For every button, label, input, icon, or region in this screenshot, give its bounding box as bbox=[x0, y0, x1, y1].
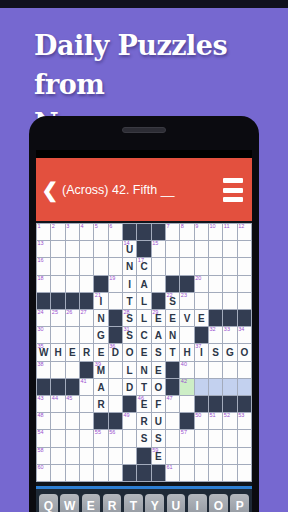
grid-cell[interactable] bbox=[238, 448, 251, 464]
grid-cell[interactable]: E bbox=[152, 362, 165, 378]
hamburger-bar bbox=[223, 197, 243, 202]
grid-cell[interactable]: 53 bbox=[238, 413, 251, 429]
cell-letter: R bbox=[80, 345, 93, 360]
grid-cell[interactable] bbox=[66, 276, 79, 292]
grid-cell[interactable] bbox=[209, 448, 222, 464]
grid-cell[interactable] bbox=[166, 241, 179, 257]
grid-cell[interactable] bbox=[109, 465, 122, 481]
block-cell bbox=[137, 224, 150, 240]
grid-cell[interactable] bbox=[180, 396, 193, 412]
cell-letter: I bbox=[94, 294, 107, 309]
block-cell bbox=[80, 293, 93, 309]
grid-cell[interactable] bbox=[223, 276, 236, 292]
clue-number: 12 bbox=[238, 223, 244, 230]
cell-letter: T bbox=[166, 345, 179, 360]
block-cell bbox=[109, 310, 122, 326]
grid-cell[interactable]: V bbox=[180, 310, 193, 326]
grid-cell[interactable] bbox=[51, 430, 64, 446]
cell-letter: O bbox=[123, 345, 136, 360]
grid-cell[interactable] bbox=[109, 293, 122, 309]
grid-cell[interactable]: 6 bbox=[109, 224, 122, 240]
grid-cell[interactable]: 32 bbox=[209, 327, 222, 343]
grid-cell[interactable] bbox=[238, 465, 251, 481]
grid-cell[interactable]: G bbox=[223, 344, 236, 360]
grid-cell[interactable] bbox=[223, 293, 236, 309]
grid-cell[interactable] bbox=[180, 465, 193, 481]
block-cell bbox=[180, 413, 193, 429]
grid-cell[interactable] bbox=[195, 448, 208, 464]
grid-cell[interactable] bbox=[238, 241, 251, 257]
grid-cell[interactable]: 12 bbox=[238, 224, 251, 240]
grid-cell[interactable]: F bbox=[152, 396, 165, 412]
grid-cell[interactable]: E bbox=[66, 344, 79, 360]
grid-cell[interactable]: 22S bbox=[166, 293, 179, 309]
grid-cell[interactable]: L bbox=[137, 293, 150, 309]
cell-letter: A bbox=[152, 328, 165, 343]
grid-cell[interactable]: 29E bbox=[152, 310, 165, 326]
grid-cell[interactable]: 3 bbox=[66, 224, 79, 240]
grid-cell[interactable] bbox=[195, 430, 208, 446]
grid-cell[interactable]: 35W bbox=[37, 344, 50, 360]
block-cell bbox=[66, 293, 79, 309]
grid-cell[interactable]: 8 bbox=[180, 224, 193, 240]
block-cell bbox=[37, 293, 50, 309]
grid-cell[interactable]: 28S bbox=[123, 310, 136, 326]
clue-number: 7 bbox=[166, 223, 169, 230]
grid-cell[interactable]: 11 bbox=[223, 224, 236, 240]
grid-cell[interactable]: C bbox=[137, 327, 150, 343]
clue-number: 45 bbox=[66, 395, 72, 402]
grid-cell[interactable] bbox=[180, 448, 193, 464]
grid-cell[interactable]: E bbox=[195, 310, 208, 326]
grid-cell[interactable] bbox=[66, 413, 79, 429]
grid-cell[interactable]: N bbox=[137, 362, 150, 378]
cell-letter: L bbox=[137, 294, 150, 309]
clue-number: 10 bbox=[209, 223, 215, 230]
grid-cell[interactable] bbox=[66, 258, 79, 274]
grid-cell[interactable] bbox=[109, 396, 122, 412]
cell-letter: E bbox=[152, 363, 165, 378]
grid-cell[interactable] bbox=[195, 241, 208, 257]
grid-cell[interactable] bbox=[223, 362, 236, 378]
grid-cell[interactable]: R bbox=[94, 396, 107, 412]
grid-cell[interactable]: 43 bbox=[37, 396, 50, 412]
grid-cell[interactable] bbox=[223, 258, 236, 274]
grid-cell[interactable]: 7 bbox=[166, 224, 179, 240]
grid-cell[interactable]: 19 bbox=[109, 276, 122, 292]
cell-letter: U bbox=[123, 242, 136, 257]
grid-cell[interactable] bbox=[123, 448, 136, 464]
block-cell bbox=[137, 465, 150, 481]
grid-cell[interactable]: 2 bbox=[51, 224, 64, 240]
grid-cell[interactable]: S bbox=[209, 344, 222, 360]
grid-cell[interactable]: 5 bbox=[94, 224, 107, 240]
block-cell bbox=[94, 276, 107, 292]
grid-cell[interactable]: L bbox=[123, 362, 136, 378]
grid-cell[interactable] bbox=[209, 362, 222, 378]
key-w[interactable]: W bbox=[60, 494, 79, 512]
clue-number: 44 bbox=[52, 395, 58, 402]
grid-cell[interactable]: 10 bbox=[209, 224, 222, 240]
app-title-line1: Daily Puzzles bbox=[34, 26, 264, 65]
cell-letter: S bbox=[209, 345, 222, 360]
block-cell bbox=[195, 396, 208, 412]
grid-cell[interactable]: A bbox=[152, 327, 165, 343]
key-i[interactable]: I bbox=[188, 494, 207, 512]
hamburger-bar bbox=[223, 188, 243, 193]
grid-cell[interactable]: E bbox=[166, 310, 179, 326]
block-cell bbox=[152, 293, 165, 309]
grid-cell[interactable] bbox=[94, 258, 107, 274]
clue-number: 24 bbox=[38, 309, 44, 316]
key-t[interactable]: T bbox=[124, 494, 143, 512]
grid-cell[interactable]: A bbox=[94, 379, 107, 395]
block-cell bbox=[109, 327, 122, 343]
block-cell bbox=[209, 396, 222, 412]
cell-letter: N bbox=[123, 259, 136, 274]
grid-cell[interactable]: 45 bbox=[66, 396, 79, 412]
grid-cell[interactable] bbox=[195, 362, 208, 378]
cell-letter: M bbox=[94, 363, 107, 378]
clue-number: 55 bbox=[95, 429, 101, 436]
grid-cell[interactable] bbox=[123, 430, 136, 446]
grid-cell[interactable] bbox=[209, 430, 222, 446]
cell-letter: S bbox=[137, 431, 150, 446]
grid-cell[interactable]: T bbox=[166, 344, 179, 360]
grid-cell[interactable]: 33 bbox=[223, 327, 236, 343]
grid-cell[interactable]: 49 bbox=[123, 413, 136, 429]
grid-cell[interactable] bbox=[51, 327, 64, 343]
grid-cell[interactable] bbox=[80, 396, 93, 412]
grid-cell[interactable] bbox=[51, 258, 64, 274]
grid-cell[interactable] bbox=[195, 258, 208, 274]
grid-cell[interactable] bbox=[209, 465, 222, 481]
grid-cell[interactable]: 57 bbox=[180, 430, 193, 446]
cell-letter: H bbox=[180, 345, 193, 360]
grid-cell[interactable]: 23 bbox=[180, 293, 193, 309]
grid-cell[interactable] bbox=[94, 465, 107, 481]
grid-cell[interactable]: 47 bbox=[166, 396, 179, 412]
grid-cell[interactable]: 46E bbox=[137, 396, 150, 412]
grid-cell[interactable]: 27 bbox=[80, 310, 93, 326]
block-cell bbox=[51, 379, 64, 395]
grid-cell[interactable]: U bbox=[152, 413, 165, 429]
cell-letter: G bbox=[94, 328, 107, 343]
grid-cell[interactable] bbox=[80, 276, 93, 292]
cell-letter: D bbox=[123, 380, 136, 395]
grid-cell[interactable] bbox=[223, 448, 236, 464]
grid-cell[interactable] bbox=[238, 276, 251, 292]
grid-cell[interactable] bbox=[80, 241, 93, 257]
grid-cell[interactable] bbox=[180, 327, 193, 343]
grid-cell[interactable] bbox=[94, 448, 107, 464]
grid-cell[interactable] bbox=[166, 448, 179, 464]
cell-letter: N bbox=[166, 328, 179, 343]
clue-bar: ❮ (Across) 42. Fifth __ bbox=[36, 158, 252, 221]
grid-cell[interactable]: T bbox=[137, 379, 150, 395]
grid-cell[interactable]: 17C bbox=[137, 258, 150, 274]
block-cell bbox=[152, 465, 165, 481]
grid-cell[interactable] bbox=[80, 327, 93, 343]
grid-cell[interactable]: L bbox=[137, 310, 150, 326]
clue-number: 43 bbox=[38, 395, 44, 402]
grid-cell[interactable] bbox=[209, 276, 222, 292]
grid-cell[interactable]: E bbox=[94, 344, 107, 360]
grid-cell[interactable]: 54 bbox=[37, 430, 50, 446]
grid-cell[interactable]: N bbox=[94, 310, 107, 326]
grid-cell[interactable]: 34 bbox=[238, 327, 251, 343]
grid-cell[interactable]: 1 bbox=[37, 224, 50, 240]
clue-number: 30 bbox=[38, 326, 44, 333]
cell-letter: R bbox=[137, 414, 150, 429]
grid-cell[interactable]: 48 bbox=[37, 413, 50, 429]
grid-cell[interactable]: O bbox=[123, 344, 136, 360]
grid-cell[interactable]: T bbox=[123, 293, 136, 309]
grid-cell[interactable]: N bbox=[166, 327, 179, 343]
clue-number: 56 bbox=[109, 429, 115, 436]
grid-cell[interactable]: R bbox=[137, 413, 150, 429]
grid-cell[interactable] bbox=[80, 430, 93, 446]
grid-cell[interactable] bbox=[152, 276, 165, 292]
grid-cell[interactable]: 37I bbox=[195, 344, 208, 360]
grid-cell[interactable]: 21I bbox=[94, 293, 107, 309]
clue-number: 48 bbox=[38, 412, 44, 419]
grid-cell[interactable] bbox=[238, 293, 251, 309]
clue-number: 58 bbox=[38, 447, 44, 454]
grid-cell[interactable]: 61 bbox=[166, 465, 179, 481]
cell-letter: S bbox=[152, 345, 165, 360]
grid-cell[interactable] bbox=[66, 362, 79, 378]
grid-cell[interactable]: S bbox=[152, 430, 165, 446]
grid-cell[interactable]: 30 bbox=[37, 327, 50, 343]
grid-cell[interactable]: 26 bbox=[66, 310, 79, 326]
grid-cell[interactable] bbox=[195, 465, 208, 481]
back-chevron-icon[interactable]: ❮ bbox=[41, 177, 59, 203]
grid-cell[interactable] bbox=[80, 448, 93, 464]
grid-cell[interactable]: R bbox=[80, 344, 93, 360]
grid-cell[interactable] bbox=[238, 362, 251, 378]
grid-cell[interactable]: 20 bbox=[195, 276, 208, 292]
grid-cell[interactable]: S bbox=[137, 430, 150, 446]
grid-cell[interactable] bbox=[66, 448, 79, 464]
grid-cell[interactable] bbox=[223, 430, 236, 446]
grid-cell[interactable]: 38 bbox=[37, 362, 50, 378]
cell-letter: N bbox=[137, 363, 150, 378]
grid-cell[interactable]: H bbox=[51, 344, 64, 360]
grid-cell[interactable]: 58 bbox=[37, 448, 50, 464]
grid-cell[interactable] bbox=[51, 413, 64, 429]
block-cell bbox=[166, 362, 179, 378]
cell-letter: L bbox=[123, 363, 136, 378]
key-q[interactable]: Q bbox=[39, 494, 58, 512]
grid-cell[interactable] bbox=[51, 465, 64, 481]
cell-letter: S bbox=[123, 311, 136, 326]
grid-cell[interactable] bbox=[166, 258, 179, 274]
grid-cell[interactable]: 14U bbox=[123, 241, 136, 257]
grid-cell[interactable]: 13 bbox=[37, 241, 50, 257]
clue-number: 23 bbox=[181, 292, 187, 299]
hamburger-menu-icon[interactable] bbox=[223, 178, 243, 202]
grid-cell[interactable]: 50 bbox=[195, 413, 208, 429]
grid-cell[interactable]: 51 bbox=[209, 413, 222, 429]
grid-cell[interactable]: 25 bbox=[51, 310, 64, 326]
clue-number: 54 bbox=[38, 429, 44, 436]
cell-letter: V bbox=[180, 311, 193, 326]
grid-cell[interactable]: H bbox=[180, 344, 193, 360]
cell-letter: E bbox=[152, 449, 165, 464]
key-y[interactable]: Y bbox=[145, 494, 164, 512]
grid-cell[interactable]: 15 bbox=[152, 241, 165, 257]
grid-cell[interactable]: 59E bbox=[152, 448, 165, 464]
grid-cell[interactable]: 31S bbox=[123, 327, 136, 343]
grid-cell[interactable] bbox=[109, 362, 122, 378]
cell-letter: N bbox=[94, 311, 107, 326]
grid-cell[interactable] bbox=[238, 379, 251, 395]
grid-cell[interactable]: O bbox=[238, 344, 251, 360]
grid-cell[interactable]: 24 bbox=[37, 310, 50, 326]
block-cell bbox=[180, 276, 193, 292]
grid-cell[interactable] bbox=[238, 430, 251, 446]
clue-number: 60 bbox=[38, 464, 44, 471]
key-o[interactable]: O bbox=[209, 494, 228, 512]
block-cell bbox=[152, 224, 165, 240]
status-bar bbox=[36, 150, 252, 158]
clue-number: 33 bbox=[224, 326, 230, 333]
grid-cell[interactable]: G bbox=[94, 327, 107, 343]
block-cell bbox=[195, 327, 208, 343]
grid-cell[interactable] bbox=[223, 465, 236, 481]
grid-cell[interactable] bbox=[66, 465, 79, 481]
clue-number: 47 bbox=[166, 395, 172, 402]
grid-cell[interactable] bbox=[51, 362, 64, 378]
key-u[interactable]: U bbox=[167, 494, 186, 512]
clue-number: 16 bbox=[38, 257, 44, 264]
key-r[interactable]: R bbox=[103, 494, 122, 512]
block-cell bbox=[123, 465, 136, 481]
grid-cell[interactable] bbox=[66, 327, 79, 343]
clue-number: 3 bbox=[66, 223, 69, 230]
grid-cell[interactable]: E bbox=[137, 344, 150, 360]
top-dark-strip bbox=[0, 0, 288, 8]
grid-cell[interactable]: O bbox=[152, 379, 165, 395]
cell-letter: U bbox=[152, 414, 165, 429]
block-cell bbox=[123, 396, 136, 412]
grid-cell[interactable] bbox=[80, 413, 93, 429]
grid-cell[interactable]: 41 bbox=[80, 379, 93, 395]
clue-number: 2 bbox=[52, 223, 55, 230]
grid-cell[interactable] bbox=[80, 258, 93, 274]
current-clue-text: (Across) 42. Fifth __ bbox=[62, 183, 222, 197]
grid-cell[interactable] bbox=[66, 241, 79, 257]
grid-cell[interactable] bbox=[209, 293, 222, 309]
grid-cell[interactable]: 55 bbox=[94, 430, 107, 446]
grid-cell[interactable]: 44 bbox=[51, 396, 64, 412]
grid-cell[interactable]: 4 bbox=[80, 224, 93, 240]
grid-cell[interactable] bbox=[238, 258, 251, 274]
clue-number: 25 bbox=[52, 309, 58, 316]
grid-cell[interactable] bbox=[180, 258, 193, 274]
grid-cell[interactable] bbox=[195, 293, 208, 309]
cell-letter: S bbox=[152, 431, 165, 446]
grid-cell[interactable]: 40 bbox=[180, 362, 193, 378]
grid-cell[interactable] bbox=[152, 258, 165, 274]
clue-number: 27 bbox=[80, 309, 86, 316]
clue-number: 53 bbox=[238, 412, 244, 419]
grid-cell[interactable] bbox=[51, 448, 64, 464]
grid-cell[interactable] bbox=[209, 379, 222, 395]
grid-cell[interactable]: A bbox=[137, 276, 150, 292]
clue-number: 5 bbox=[95, 223, 98, 230]
grid-cell[interactable] bbox=[80, 465, 93, 481]
promo-screenshot: { "game": "crossword", "app_title": { "l… bbox=[0, 0, 288, 512]
grid-cell[interactable]: 52 bbox=[223, 413, 236, 429]
cell-letter: A bbox=[94, 380, 107, 395]
clue-number: 51 bbox=[209, 412, 215, 419]
grid-cell[interactable] bbox=[94, 241, 107, 257]
grid-cell[interactable] bbox=[109, 241, 122, 257]
grid-cell[interactable] bbox=[223, 379, 236, 395]
cell-letter: S bbox=[166, 294, 179, 309]
grid-cell[interactable]: 18 bbox=[37, 276, 50, 292]
grid-cell[interactable]: 16 bbox=[37, 258, 50, 274]
clue-number: 26 bbox=[66, 309, 72, 316]
grid-cell[interactable]: 39M bbox=[94, 362, 107, 378]
grid-cell[interactable]: 56 bbox=[109, 430, 122, 446]
key-p[interactable]: P bbox=[230, 494, 249, 512]
grid-cell[interactable]: 36D bbox=[109, 344, 122, 360]
key-e[interactable]: E bbox=[82, 494, 101, 512]
cell-letter: A bbox=[137, 277, 150, 292]
grid-cell[interactable] bbox=[109, 448, 122, 464]
grid-cell[interactable] bbox=[109, 379, 122, 395]
block-cell bbox=[238, 310, 251, 326]
block-cell bbox=[94, 413, 107, 429]
block-cell bbox=[80, 362, 93, 378]
grid-cell[interactable]: 60 bbox=[37, 465, 50, 481]
grid-cell[interactable] bbox=[109, 258, 122, 274]
clue-number: 61 bbox=[166, 464, 172, 471]
grid-cell[interactable]: D bbox=[123, 379, 136, 395]
clue-number: 9 bbox=[195, 223, 198, 230]
block-cell bbox=[223, 310, 236, 326]
grid-cell[interactable] bbox=[209, 258, 222, 274]
cell-letter: F bbox=[152, 397, 165, 412]
grid-cell[interactable]: 42 bbox=[180, 379, 193, 395]
cell-letter: G bbox=[223, 345, 236, 360]
grid-cell[interactable] bbox=[166, 413, 179, 429]
block-cell bbox=[109, 413, 122, 429]
cell-letter: T bbox=[123, 294, 136, 309]
grid-cell[interactable]: N bbox=[123, 258, 136, 274]
block-cell bbox=[66, 379, 79, 395]
grid-cell[interactable]: I bbox=[123, 276, 136, 292]
grid-cell[interactable] bbox=[209, 241, 222, 257]
clue-number: 34 bbox=[238, 326, 244, 333]
phone-mockup: ❮ (Across) 42. Fifth __ 1234567891011121… bbox=[29, 116, 259, 512]
grid-cell[interactable] bbox=[66, 430, 79, 446]
grid-cell[interactable] bbox=[166, 430, 179, 446]
grid-cell[interactable] bbox=[180, 241, 193, 257]
cell-letter: E bbox=[195, 311, 208, 326]
grid-cell[interactable] bbox=[51, 276, 64, 292]
grid-cell[interactable] bbox=[195, 379, 208, 395]
clue-number: 19 bbox=[109, 275, 115, 282]
cell-letter: O bbox=[238, 345, 251, 360]
grid-cell[interactable] bbox=[223, 241, 236, 257]
grid-cell[interactable]: S bbox=[152, 344, 165, 360]
grid-cell[interactable] bbox=[51, 241, 64, 257]
grid-cell[interactable]: 9 bbox=[195, 224, 208, 240]
